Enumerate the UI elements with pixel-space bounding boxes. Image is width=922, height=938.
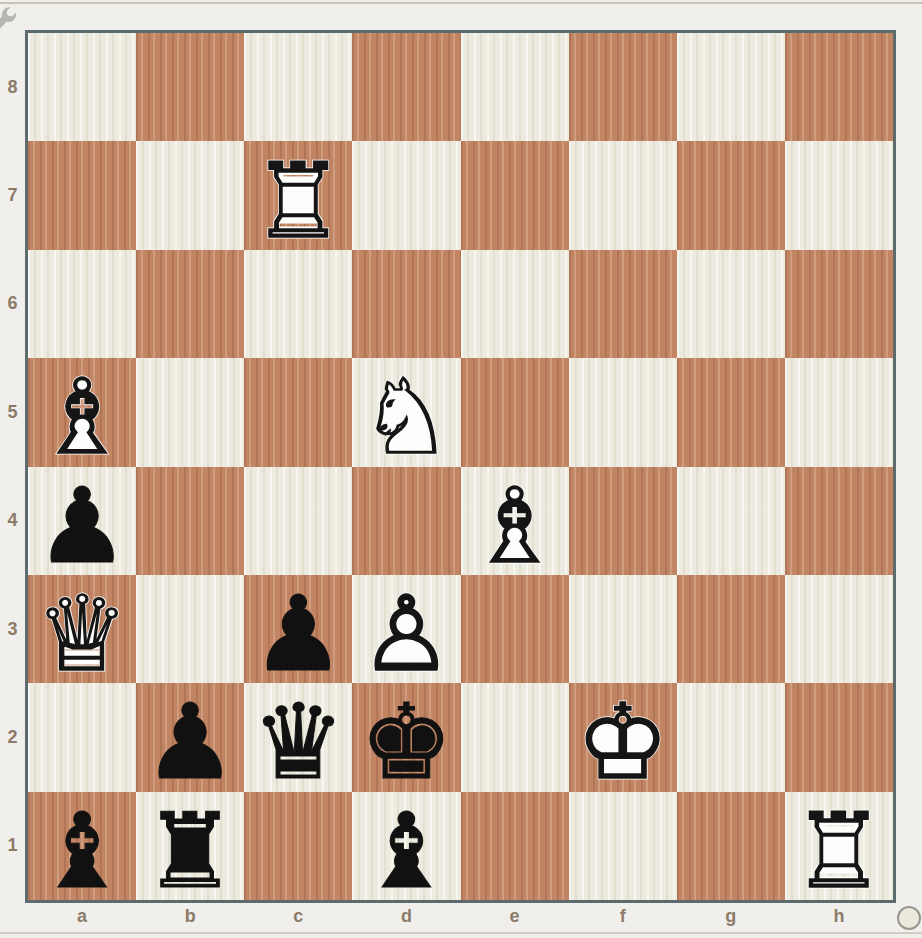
square-h1[interactable]: ♜♖ [785, 792, 893, 900]
bottom-divider [0, 932, 922, 934]
square-e7[interactable] [461, 141, 569, 249]
piece-white-bishop[interactable]: ♝♗ [461, 467, 569, 575]
square-e2[interactable] [461, 683, 569, 791]
square-b1[interactable]: ♜ [136, 792, 244, 900]
square-c6[interactable] [244, 250, 352, 358]
file-label-g: g [677, 901, 785, 931]
square-h3[interactable] [785, 575, 893, 683]
square-a4[interactable]: ♟ [28, 467, 136, 575]
piece-black-rook[interactable]: ♜ [136, 792, 244, 900]
square-d7[interactable] [352, 141, 460, 249]
square-d1[interactable]: ♝ [352, 792, 460, 900]
square-f3[interactable] [569, 575, 677, 683]
square-c5[interactable] [244, 358, 352, 466]
square-e1[interactable] [461, 792, 569, 900]
square-h6[interactable] [785, 250, 893, 358]
square-d5[interactable]: ♞♘ [352, 358, 460, 466]
rank-label-3: 3 [0, 575, 25, 683]
square-c4[interactable] [244, 467, 352, 575]
square-g2[interactable] [677, 683, 785, 791]
rank-labels: 87654321 [0, 33, 25, 900]
piece-solid-layer: ♟ [244, 580, 352, 688]
piece-white-knight[interactable]: ♞♘ [352, 358, 460, 466]
square-b6[interactable] [136, 250, 244, 358]
square-g4[interactable] [677, 467, 785, 575]
piece-black-pawn[interactable]: ♟ [136, 683, 244, 791]
square-f2[interactable]: ♚♔ [569, 683, 677, 791]
piece-black-queen[interactable]: ♛ [244, 683, 352, 791]
piece-outline-layer: ♘ [352, 363, 460, 471]
file-label-e: e [461, 901, 569, 931]
rank-label-4: 4 [0, 467, 25, 575]
square-e8[interactable] [461, 33, 569, 141]
rank-label-1: 1 [0, 792, 25, 900]
square-h4[interactable] [785, 467, 893, 575]
piece-white-pawn[interactable]: ♟♙ [352, 575, 460, 683]
piece-black-pawn[interactable]: ♟ [28, 467, 136, 575]
square-h5[interactable] [785, 358, 893, 466]
square-b5[interactable] [136, 358, 244, 466]
piece-black-bishop[interactable]: ♝ [352, 792, 460, 900]
piece-white-bishop[interactable]: ♝♗ [28, 358, 136, 466]
chess-board: ♜♖♝♗♞♘♟♝♗♛♕♟♟♙♟♛♚♚♔♝♜♝♜♖ [28, 33, 893, 900]
square-f1[interactable] [569, 792, 677, 900]
rank-label-5: 5 [0, 358, 25, 466]
piece-outline-layer: ♕ [28, 580, 136, 688]
file-label-h: h [785, 901, 893, 931]
square-c2[interactable]: ♛ [244, 683, 352, 791]
piece-solid-layer: ♝ [352, 797, 460, 905]
board-frame: ♜♖♝♗♞♘♟♝♗♛♕♟♟♙♟♛♚♚♔♝♜♝♜♖ [25, 30, 896, 903]
square-d8[interactable] [352, 33, 460, 141]
piece-outline-layer: ♖ [244, 146, 352, 254]
piece-outline-layer: ♔ [569, 688, 677, 796]
square-b2[interactable]: ♟ [136, 683, 244, 791]
square-b8[interactable] [136, 33, 244, 141]
square-a3[interactable]: ♛♕ [28, 575, 136, 683]
square-c1[interactable] [244, 792, 352, 900]
piece-black-king[interactable]: ♚ [352, 683, 460, 791]
square-b7[interactable] [136, 141, 244, 249]
piece-solid-layer: ♚ [352, 688, 460, 796]
file-label-b: b [136, 901, 244, 931]
piece-white-king[interactable]: ♚♔ [569, 683, 677, 791]
wrench-icon[interactable] [0, 4, 19, 34]
piece-outline-layer: ♗ [28, 363, 136, 471]
square-b3[interactable] [136, 575, 244, 683]
square-d4[interactable] [352, 467, 460, 575]
square-e6[interactable] [461, 250, 569, 358]
piece-black-pawn[interactable]: ♟ [244, 575, 352, 683]
rank-label-7: 7 [0, 141, 25, 249]
square-a1[interactable]: ♝ [28, 792, 136, 900]
file-label-d: d [352, 901, 460, 931]
piece-solid-layer: ♝ [28, 797, 136, 905]
square-g3[interactable] [677, 575, 785, 683]
file-label-a: a [28, 901, 136, 931]
square-a6[interactable] [28, 250, 136, 358]
square-d6[interactable] [352, 250, 460, 358]
piece-solid-layer: ♜ [136, 797, 244, 905]
file-label-f: f [569, 901, 677, 931]
rank-label-8: 8 [0, 33, 25, 141]
piece-outline-layer: ♙ [352, 580, 460, 688]
piece-solid-layer: ♟ [28, 472, 136, 580]
square-b4[interactable] [136, 467, 244, 575]
square-h8[interactable] [785, 33, 893, 141]
square-h2[interactable] [785, 683, 893, 791]
square-c3[interactable]: ♟ [244, 575, 352, 683]
square-e5[interactable] [461, 358, 569, 466]
file-label-c: c [244, 901, 352, 931]
square-a2[interactable] [28, 683, 136, 791]
top-divider [0, 2, 922, 4]
file-labels: abcdefgh [28, 901, 893, 931]
square-e4[interactable]: ♝♗ [461, 467, 569, 575]
square-c7[interactable]: ♜♖ [244, 141, 352, 249]
square-h7[interactable] [785, 141, 893, 249]
square-f8[interactable] [569, 33, 677, 141]
white-to-move-indicator [897, 906, 921, 930]
square-f7[interactable] [569, 141, 677, 249]
square-g5[interactable] [677, 358, 785, 466]
square-a8[interactable] [28, 33, 136, 141]
piece-white-rook[interactable]: ♜♖ [244, 141, 352, 249]
square-g7[interactable] [677, 141, 785, 249]
piece-white-rook[interactable]: ♜♖ [785, 792, 893, 900]
piece-solid-layer: ♛ [244, 688, 352, 796]
piece-outline-layer: ♗ [461, 472, 569, 580]
piece-outline-layer: ♖ [785, 797, 893, 905]
square-a7[interactable] [28, 141, 136, 249]
square-g6[interactable] [677, 250, 785, 358]
square-g1[interactable] [677, 792, 785, 900]
square-d2[interactable]: ♚ [352, 683, 460, 791]
piece-black-bishop[interactable]: ♝ [28, 792, 136, 900]
square-f4[interactable] [569, 467, 677, 575]
square-g8[interactable] [677, 33, 785, 141]
piece-white-queen[interactable]: ♛♕ [28, 575, 136, 683]
square-c8[interactable] [244, 33, 352, 141]
square-d3[interactable]: ♟♙ [352, 575, 460, 683]
square-a5[interactable]: ♝♗ [28, 358, 136, 466]
rank-label-6: 6 [0, 250, 25, 358]
square-e3[interactable] [461, 575, 569, 683]
rank-label-2: 2 [0, 683, 25, 791]
square-f6[interactable] [569, 250, 677, 358]
square-f5[interactable] [569, 358, 677, 466]
piece-solid-layer: ♟ [136, 688, 244, 796]
